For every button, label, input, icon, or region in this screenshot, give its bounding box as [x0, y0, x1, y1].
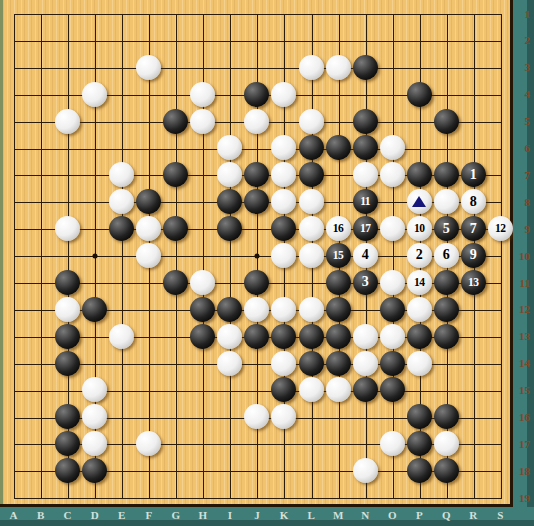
- black-stone-D18[interactable]: [82, 458, 107, 483]
- intersection-G16[interactable]: [162, 403, 189, 430]
- intersection-L14[interactable]: [298, 350, 325, 377]
- intersection-C16[interactable]: [54, 403, 81, 430]
- black-stone-K9[interactable]: [271, 216, 296, 241]
- intersection-R9[interactable]: 7: [460, 215, 487, 242]
- intersection-R18[interactable]: [460, 457, 487, 484]
- intersection-G13[interactable]: [162, 323, 189, 350]
- intersection-M12[interactable]: [325, 296, 352, 323]
- white-stone-M15[interactable]: [326, 377, 351, 402]
- intersection-A16[interactable]: [0, 403, 27, 430]
- intersection-N1[interactable]: [352, 0, 379, 27]
- intersection-O6[interactable]: [379, 134, 406, 161]
- intersection-M3[interactable]: [325, 54, 352, 81]
- intersection-J17[interactable]: [243, 430, 270, 457]
- intersection-S6[interactable]: [487, 134, 514, 161]
- intersection-J10[interactable]: [243, 242, 270, 269]
- intersection-E2[interactable]: [108, 27, 135, 54]
- intersection-L12[interactable]: [298, 296, 325, 323]
- intersection-B11[interactable]: [27, 269, 54, 296]
- intersection-I4[interactable]: [216, 81, 243, 108]
- intersection-S9[interactable]: 12: [487, 215, 514, 242]
- intersection-H5[interactable]: [189, 108, 216, 135]
- intersection-G14[interactable]: [162, 350, 189, 377]
- intersection-N17[interactable]: [352, 430, 379, 457]
- intersection-O8[interactable]: [379, 188, 406, 215]
- intersection-N11[interactable]: 3: [352, 269, 379, 296]
- intersection-P8[interactable]: [406, 188, 433, 215]
- white-stone-I6[interactable]: [217, 135, 242, 160]
- intersection-H9[interactable]: [189, 215, 216, 242]
- intersection-I3[interactable]: [216, 54, 243, 81]
- white-stone-L3[interactable]: [299, 55, 324, 80]
- intersection-G17[interactable]: [162, 430, 189, 457]
- intersection-F1[interactable]: [135, 0, 162, 27]
- intersection-N18[interactable]: [352, 457, 379, 484]
- intersection-B17[interactable]: [27, 430, 54, 457]
- black-stone-K15[interactable]: [271, 377, 296, 402]
- intersection-M13[interactable]: [325, 323, 352, 350]
- black-stone-L13[interactable]: [299, 324, 324, 349]
- intersection-P4[interactable]: [406, 81, 433, 108]
- intersection-A13[interactable]: [0, 323, 27, 350]
- white-stone-L10[interactable]: [299, 243, 324, 268]
- intersection-I12[interactable]: [216, 296, 243, 323]
- black-stone-Q11[interactable]: [434, 270, 459, 295]
- intersection-R13[interactable]: [460, 323, 487, 350]
- intersection-G5[interactable]: [162, 108, 189, 135]
- intersection-Q14[interactable]: [433, 350, 460, 377]
- intersection-I18[interactable]: [216, 457, 243, 484]
- white-stone-J5[interactable]: [244, 109, 269, 134]
- intersection-H13[interactable]: [189, 323, 216, 350]
- intersection-M1[interactable]: [325, 0, 352, 27]
- white-stone-K7[interactable]: [271, 162, 296, 187]
- intersection-E17[interactable]: [108, 430, 135, 457]
- intersection-P16[interactable]: [406, 403, 433, 430]
- intersection-P3[interactable]: [406, 54, 433, 81]
- white-stone-F17[interactable]: [136, 431, 161, 456]
- intersection-R3[interactable]: [460, 54, 487, 81]
- white-stone-D17[interactable]: [82, 431, 107, 456]
- black-stone-Q5[interactable]: [434, 109, 459, 134]
- intersection-A15[interactable]: [0, 376, 27, 403]
- intersection-J3[interactable]: [243, 54, 270, 81]
- intersection-S10[interactable]: [487, 242, 514, 269]
- intersection-H18[interactable]: [189, 457, 216, 484]
- intersection-P1[interactable]: [406, 0, 433, 27]
- black-stone-I9[interactable]: [217, 216, 242, 241]
- intersection-L4[interactable]: [298, 81, 325, 108]
- intersection-B8[interactable]: [27, 188, 54, 215]
- intersection-M4[interactable]: [325, 81, 352, 108]
- black-stone-J4[interactable]: [244, 82, 269, 107]
- black-stone-P17[interactable]: [407, 431, 432, 456]
- intersection-P5[interactable]: [406, 108, 433, 135]
- intersection-F16[interactable]: [135, 403, 162, 430]
- intersection-C1[interactable]: [54, 0, 81, 27]
- intersection-Q8[interactable]: [433, 188, 460, 215]
- intersection-P14[interactable]: [406, 350, 433, 377]
- intersection-I1[interactable]: [216, 0, 243, 27]
- intersection-E1[interactable]: [108, 0, 135, 27]
- intersection-B10[interactable]: [27, 242, 54, 269]
- intersection-R4[interactable]: [460, 81, 487, 108]
- intersection-L11[interactable]: [298, 269, 325, 296]
- white-stone-K8[interactable]: [271, 189, 296, 214]
- intersection-R14[interactable]: [460, 350, 487, 377]
- intersection-J16[interactable]: [243, 403, 270, 430]
- intersection-S1[interactable]: [487, 0, 514, 27]
- intersection-P7[interactable]: [406, 161, 433, 188]
- intersection-Q1[interactable]: [433, 0, 460, 27]
- intersection-H4[interactable]: [189, 81, 216, 108]
- intersection-O4[interactable]: [379, 81, 406, 108]
- white-stone-P9[interactable]: 10: [407, 216, 432, 241]
- intersection-N5[interactable]: [352, 108, 379, 135]
- intersection-K11[interactable]: [270, 269, 297, 296]
- black-stone-M12[interactable]: [326, 297, 351, 322]
- intersection-O16[interactable]: [379, 403, 406, 430]
- intersection-P10[interactable]: 2: [406, 242, 433, 269]
- intersection-Q10[interactable]: 6: [433, 242, 460, 269]
- intersection-M14[interactable]: [325, 350, 352, 377]
- intersection-B5[interactable]: [27, 108, 54, 135]
- white-stone-P10[interactable]: 2: [407, 243, 432, 268]
- intersection-C4[interactable]: [54, 81, 81, 108]
- intersection-C10[interactable]: [54, 242, 81, 269]
- intersection-L16[interactable]: [298, 403, 325, 430]
- intersection-G15[interactable]: [162, 376, 189, 403]
- black-stone-C11[interactable]: [55, 270, 80, 295]
- intersection-E5[interactable]: [108, 108, 135, 135]
- white-stone-H5[interactable]: [190, 109, 215, 134]
- intersection-M5[interactable]: [325, 108, 352, 135]
- intersection-I8[interactable]: [216, 188, 243, 215]
- intersection-C15[interactable]: [54, 376, 81, 403]
- intersection-D17[interactable]: [81, 430, 108, 457]
- intersection-J2[interactable]: [243, 27, 270, 54]
- intersection-Q17[interactable]: [433, 430, 460, 457]
- white-stone-O9[interactable]: [380, 216, 405, 241]
- white-stone-M3[interactable]: [326, 55, 351, 80]
- intersection-N13[interactable]: [352, 323, 379, 350]
- intersection-M8[interactable]: [325, 188, 352, 215]
- intersection-S16[interactable]: [487, 403, 514, 430]
- intersection-F7[interactable]: [135, 161, 162, 188]
- black-stone-K13[interactable]: [271, 324, 296, 349]
- intersection-M10[interactable]: 15: [325, 242, 352, 269]
- intersection-E7[interactable]: [108, 161, 135, 188]
- intersection-A9[interactable]: [0, 215, 27, 242]
- black-stone-R7[interactable]: 1: [461, 162, 486, 187]
- black-stone-O15[interactable]: [380, 377, 405, 402]
- black-stone-N3[interactable]: [353, 55, 378, 80]
- intersection-K1[interactable]: [270, 0, 297, 27]
- black-stone-P16[interactable]: [407, 404, 432, 429]
- white-stone-K10[interactable]: [271, 243, 296, 268]
- intersection-L6[interactable]: [298, 134, 325, 161]
- black-stone-P7[interactable]: [407, 162, 432, 187]
- intersection-M17[interactable]: [325, 430, 352, 457]
- intersection-L2[interactable]: [298, 27, 325, 54]
- intersection-O12[interactable]: [379, 296, 406, 323]
- intersection-A2[interactable]: [0, 27, 27, 54]
- intersection-D11[interactable]: [81, 269, 108, 296]
- intersection-K12[interactable]: [270, 296, 297, 323]
- intersection-S14[interactable]: [487, 350, 514, 377]
- intersection-L18[interactable]: [298, 457, 325, 484]
- intersection-O2[interactable]: [379, 27, 406, 54]
- white-stone-Q8[interactable]: [434, 189, 459, 214]
- intersection-A11[interactable]: [0, 269, 27, 296]
- intersection-J12[interactable]: [243, 296, 270, 323]
- intersection-H7[interactable]: [189, 161, 216, 188]
- black-stone-L7[interactable]: [299, 162, 324, 187]
- white-stone-L12[interactable]: [299, 297, 324, 322]
- intersection-R17[interactable]: [460, 430, 487, 457]
- intersection-P2[interactable]: [406, 27, 433, 54]
- white-stone-Q10[interactable]: 6: [434, 243, 459, 268]
- intersection-O15[interactable]: [379, 376, 406, 403]
- intersection-E8[interactable]: [108, 188, 135, 215]
- white-stone-I14[interactable]: [217, 351, 242, 376]
- intersection-E6[interactable]: [108, 134, 135, 161]
- intersection-A1[interactable]: [0, 0, 27, 27]
- intersection-C6[interactable]: [54, 134, 81, 161]
- intersection-J15[interactable]: [243, 376, 270, 403]
- intersection-S11[interactable]: [487, 269, 514, 296]
- white-stone-H4[interactable]: [190, 82, 215, 107]
- black-stone-M14[interactable]: [326, 351, 351, 376]
- black-stone-G11[interactable]: [163, 270, 188, 295]
- intersection-P12[interactable]: [406, 296, 433, 323]
- intersection-E15[interactable]: [108, 376, 135, 403]
- black-stone-C17[interactable]: [55, 431, 80, 456]
- intersection-F9[interactable]: [135, 215, 162, 242]
- intersection-Q15[interactable]: [433, 376, 460, 403]
- intersection-I7[interactable]: [216, 161, 243, 188]
- intersection-B2[interactable]: [27, 27, 54, 54]
- intersection-O13[interactable]: [379, 323, 406, 350]
- white-stone-F9[interactable]: [136, 216, 161, 241]
- intersection-A7[interactable]: [0, 161, 27, 188]
- white-stone-K4[interactable]: [271, 82, 296, 107]
- intersection-R5[interactable]: [460, 108, 487, 135]
- intersection-Q6[interactable]: [433, 134, 460, 161]
- black-stone-N9[interactable]: 17: [353, 216, 378, 241]
- black-stone-H13[interactable]: [190, 324, 215, 349]
- intersection-G3[interactable]: [162, 54, 189, 81]
- intersection-I10[interactable]: [216, 242, 243, 269]
- intersection-N10[interactable]: 4: [352, 242, 379, 269]
- intersection-M9[interactable]: 16: [325, 215, 352, 242]
- intersection-C11[interactable]: [54, 269, 81, 296]
- intersection-H12[interactable]: [189, 296, 216, 323]
- intersection-G8[interactable]: [162, 188, 189, 215]
- intersection-H15[interactable]: [189, 376, 216, 403]
- white-stone-S9[interactable]: 12: [488, 216, 513, 241]
- intersection-S12[interactable]: [487, 296, 514, 323]
- intersection-F5[interactable]: [135, 108, 162, 135]
- intersection-R6[interactable]: [460, 134, 487, 161]
- intersection-G4[interactable]: [162, 81, 189, 108]
- intersection-K18[interactable]: [270, 457, 297, 484]
- black-stone-G9[interactable]: [163, 216, 188, 241]
- intersection-M16[interactable]: [325, 403, 352, 430]
- intersection-P17[interactable]: [406, 430, 433, 457]
- intersection-E12[interactable]: [108, 296, 135, 323]
- intersection-B4[interactable]: [27, 81, 54, 108]
- black-stone-M6[interactable]: [326, 135, 351, 160]
- intersection-A8[interactable]: [0, 188, 27, 215]
- intersection-O11[interactable]: [379, 269, 406, 296]
- white-stone-D16[interactable]: [82, 404, 107, 429]
- intersection-B7[interactable]: [27, 161, 54, 188]
- intersection-N12[interactable]: [352, 296, 379, 323]
- intersection-P13[interactable]: [406, 323, 433, 350]
- intersection-H10[interactable]: [189, 242, 216, 269]
- intersection-A12[interactable]: [0, 296, 27, 323]
- intersection-F14[interactable]: [135, 350, 162, 377]
- intersection-C7[interactable]: [54, 161, 81, 188]
- intersection-O7[interactable]: [379, 161, 406, 188]
- white-stone-E8[interactable]: [109, 189, 134, 214]
- white-stone-L8[interactable]: [299, 189, 324, 214]
- intersection-H2[interactable]: [189, 27, 216, 54]
- intersection-R10[interactable]: 9: [460, 242, 487, 269]
- intersection-M15[interactable]: [325, 376, 352, 403]
- intersection-B14[interactable]: [27, 350, 54, 377]
- white-stone-K16[interactable]: [271, 404, 296, 429]
- black-stone-N11[interactable]: 3: [353, 270, 378, 295]
- white-stone-F10[interactable]: [136, 243, 161, 268]
- white-stone-J16[interactable]: [244, 404, 269, 429]
- intersection-L15[interactable]: [298, 376, 325, 403]
- intersection-O18[interactable]: [379, 457, 406, 484]
- intersection-K13[interactable]: [270, 323, 297, 350]
- intersection-I14[interactable]: [216, 350, 243, 377]
- intersection-F11[interactable]: [135, 269, 162, 296]
- black-stone-C13[interactable]: [55, 324, 80, 349]
- intersection-N2[interactable]: [352, 27, 379, 54]
- white-stone-K6[interactable]: [271, 135, 296, 160]
- intersection-A3[interactable]: [0, 54, 27, 81]
- white-stone-D4[interactable]: [82, 82, 107, 107]
- black-stone-G5[interactable]: [163, 109, 188, 134]
- white-stone-N10[interactable]: 4: [353, 243, 378, 268]
- intersection-H6[interactable]: [189, 134, 216, 161]
- intersection-Q16[interactable]: [433, 403, 460, 430]
- intersection-H16[interactable]: [189, 403, 216, 430]
- intersection-C17[interactable]: [54, 430, 81, 457]
- intersection-M2[interactable]: [325, 27, 352, 54]
- intersection-E4[interactable]: [108, 81, 135, 108]
- intersection-I11[interactable]: [216, 269, 243, 296]
- black-stone-C18[interactable]: [55, 458, 80, 483]
- intersection-B18[interactable]: [27, 457, 54, 484]
- intersection-I15[interactable]: [216, 376, 243, 403]
- intersection-J9[interactable]: [243, 215, 270, 242]
- white-stone-J12[interactable]: [244, 297, 269, 322]
- intersection-B1[interactable]: [27, 0, 54, 27]
- white-stone-D15[interactable]: [82, 377, 107, 402]
- intersection-Q3[interactable]: [433, 54, 460, 81]
- intersection-L17[interactable]: [298, 430, 325, 457]
- intersection-D4[interactable]: [81, 81, 108, 108]
- black-stone-P18[interactable]: [407, 458, 432, 483]
- white-stone-N14[interactable]: [353, 351, 378, 376]
- intersection-F12[interactable]: [135, 296, 162, 323]
- intersection-J14[interactable]: [243, 350, 270, 377]
- intersection-J6[interactable]: [243, 134, 270, 161]
- black-stone-E9[interactable]: [109, 216, 134, 241]
- black-stone-N8[interactable]: 11: [353, 189, 378, 214]
- black-stone-Q12[interactable]: [434, 297, 459, 322]
- intersection-G18[interactable]: [162, 457, 189, 484]
- intersection-O17[interactable]: [379, 430, 406, 457]
- intersection-C12[interactable]: [54, 296, 81, 323]
- intersection-G2[interactable]: [162, 27, 189, 54]
- intersection-I9[interactable]: [216, 215, 243, 242]
- white-stone-P12[interactable]: [407, 297, 432, 322]
- black-stone-G7[interactable]: [163, 162, 188, 187]
- intersection-G11[interactable]: [162, 269, 189, 296]
- white-stone-L9[interactable]: [299, 216, 324, 241]
- intersection-H1[interactable]: [189, 0, 216, 27]
- intersection-K5[interactable]: [270, 108, 297, 135]
- intersection-D12[interactable]: [81, 296, 108, 323]
- intersection-J18[interactable]: [243, 457, 270, 484]
- intersection-D18[interactable]: [81, 457, 108, 484]
- intersection-J11[interactable]: [243, 269, 270, 296]
- intersection-O10[interactable]: [379, 242, 406, 269]
- intersection-O3[interactable]: [379, 54, 406, 81]
- intersection-Q2[interactable]: [433, 27, 460, 54]
- white-stone-N13[interactable]: [353, 324, 378, 349]
- intersection-L8[interactable]: [298, 188, 325, 215]
- black-stone-P13[interactable]: [407, 324, 432, 349]
- intersection-Q12[interactable]: [433, 296, 460, 323]
- intersection-D13[interactable]: [81, 323, 108, 350]
- intersection-G7[interactable]: [162, 161, 189, 188]
- intersection-E16[interactable]: [108, 403, 135, 430]
- intersection-A18[interactable]: [0, 457, 27, 484]
- white-stone-O6[interactable]: [380, 135, 405, 160]
- white-stone-O7[interactable]: [380, 162, 405, 187]
- intersection-B15[interactable]: [27, 376, 54, 403]
- intersection-E9[interactable]: [108, 215, 135, 242]
- intersection-C3[interactable]: [54, 54, 81, 81]
- intersection-A4[interactable]: [0, 81, 27, 108]
- intersection-D14[interactable]: [81, 350, 108, 377]
- intersection-S15[interactable]: [487, 376, 514, 403]
- intersection-A17[interactable]: [0, 430, 27, 457]
- intersection-K3[interactable]: [270, 54, 297, 81]
- intersection-F3[interactable]: [135, 54, 162, 81]
- white-stone-E7[interactable]: [109, 162, 134, 187]
- intersection-R8[interactable]: 8: [460, 188, 487, 215]
- intersection-F6[interactable]: [135, 134, 162, 161]
- intersection-D7[interactable]: [81, 161, 108, 188]
- intersection-L1[interactable]: [298, 0, 325, 27]
- white-stone-O17[interactable]: [380, 431, 405, 456]
- white-stone-N7[interactable]: [353, 162, 378, 187]
- white-stone-Q17[interactable]: [434, 431, 459, 456]
- intersection-B16[interactable]: [27, 403, 54, 430]
- intersection-K8[interactable]: [270, 188, 297, 215]
- intersection-S7[interactable]: [487, 161, 514, 188]
- intersection-S18[interactable]: [487, 457, 514, 484]
